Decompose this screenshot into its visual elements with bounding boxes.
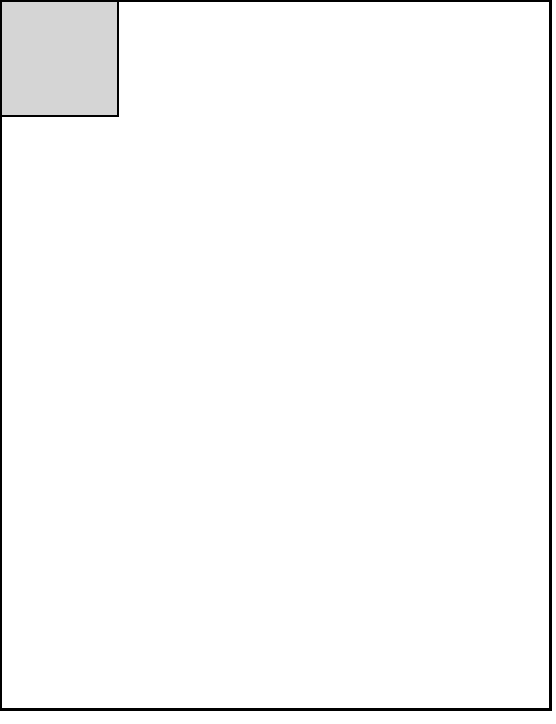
column-clues (119, 0, 552, 117)
nonogram-puzzle-page (0, 0, 556, 724)
puzzle-board[interactable] (119, 117, 552, 711)
row-clues (0, 117, 119, 711)
corner-box (0, 0, 119, 117)
